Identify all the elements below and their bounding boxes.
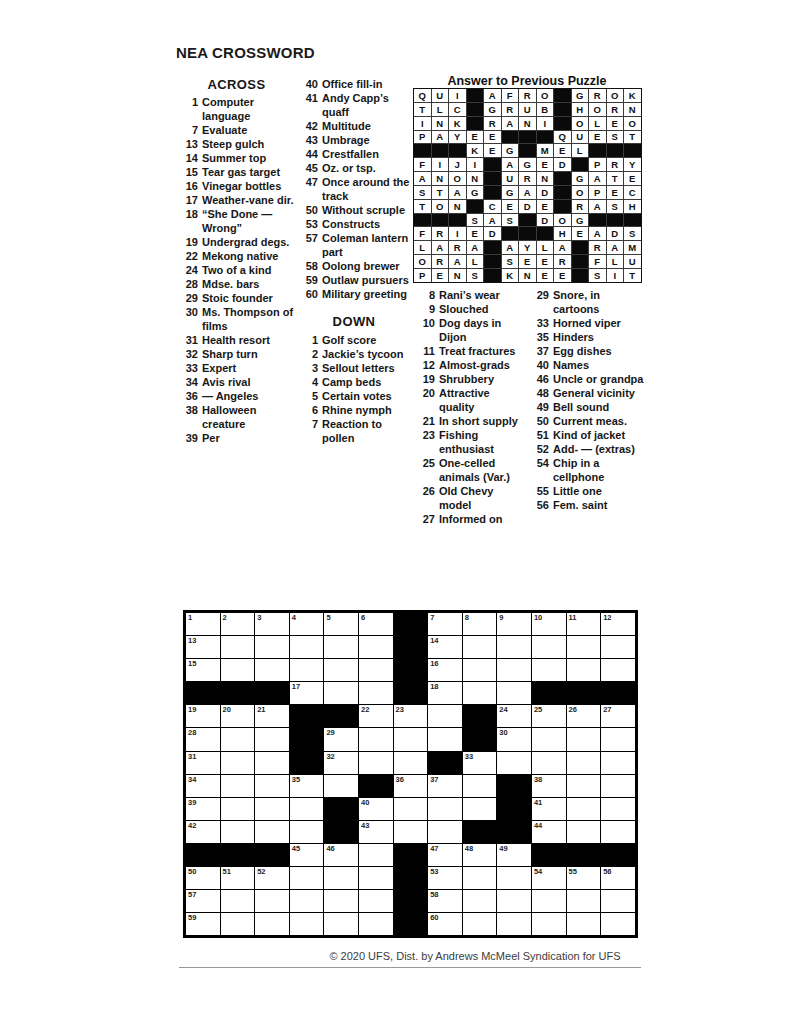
answer-cell-letter: E [589,131,606,144]
clue-text: Umbrage [322,133,411,147]
answer-cell-letter: O [554,214,571,227]
grid-cell [290,867,324,889]
grid-cell-black [567,844,601,866]
answer-cell-letter: D [484,227,501,240]
grid-cell: 34 [186,775,220,797]
answer-cell-letter: H [554,227,571,240]
grid-cell-black [186,682,220,704]
clue-number: 47 [297,175,322,203]
grid-cell [497,890,531,912]
grid-cell [532,636,566,658]
clue-text: Multitude [322,119,411,133]
answer-cell-letter: N [449,200,466,213]
grid-cell [255,636,289,658]
answer-cell-letter: R [519,172,536,185]
answer-cell-black [519,131,536,144]
clue-across-15: 15Tear gas target [177,165,296,179]
clue-down-4: 4Camp beds [297,375,411,389]
answer-cell-letter: E [519,255,536,268]
grid-cell [221,890,255,912]
grid-cell-black [359,775,393,797]
clue-text: Vinegar bottles [202,179,296,193]
answer-cell-letter: G [484,103,501,116]
answer-grid: QUIAFROGROKTLCGRUBHORNINKRANIOLEOPAYEEQU… [413,88,642,283]
clue-text: Reaction to pollen [322,417,411,445]
cell-number: 14 [430,637,438,645]
grid-cell-black [290,728,324,750]
grid-cell [255,659,289,681]
grid-cell-black [324,798,358,820]
clue-number: 29 [177,291,202,305]
answer-cell-letter: N [432,117,449,130]
grid-cell-black [394,636,428,658]
cell-number: 58 [430,891,438,899]
answer-cell-letter: O [414,255,431,268]
grid-cell: 2 [221,613,255,635]
grid-cell: 16 [428,659,462,681]
clue-across-60: 60Military greeting [297,287,411,301]
answer-cell-black [414,214,431,227]
clue-down-8: 8Rani’s wear [414,288,528,302]
clue-number: 59 [297,273,322,287]
grid-cell-black [394,682,428,704]
answer-cell-letter: U [572,131,589,144]
clue-text: Evaluate [202,123,296,137]
clue-number: 10 [414,316,439,344]
grid-cell: 20 [221,705,255,727]
answer-cell-black [537,131,554,144]
clue-number: 29 [528,288,553,316]
clue-down-3: 3Sellout letters [297,361,411,375]
cell-number: 47 [430,845,438,853]
clue-across-36: 36— Angeles [177,389,296,403]
grid-cell: 54 [532,867,566,889]
answer-cell-letter: L [572,144,589,157]
grid-cell [221,775,255,797]
grid-cell-black [394,913,428,935]
answer-cell-letter: G [502,144,519,157]
grid-cell: 47 [428,844,462,866]
grid-cell [290,636,324,658]
answer-cell-letter: T [607,172,624,185]
grid-cell-black [394,613,428,635]
grid-cell [290,890,324,912]
clue-down-20: 20Attractive quality [414,386,528,414]
answer-cell-letter: E [607,117,624,130]
answer-cell-letter: A [589,200,606,213]
grid-cell [463,890,497,912]
clue-text: Certain votes [322,389,411,403]
grid-cell: 48 [463,844,497,866]
clue-text: Mekong native [202,249,296,263]
answer-cell-letter: R [607,158,624,171]
answer-cell-letter: A [449,255,466,268]
answer-cell-letter: F [502,89,519,102]
grid-cell: 32 [324,752,358,774]
grid-cell-black [497,821,531,843]
answer-cell-letter: Q [414,89,431,102]
answer-cell-letter: R [484,117,501,130]
clue-down-46: 46Uncle or grandpa [528,372,644,386]
clue-text: Undergrad degs. [202,235,296,249]
clue-number: 40 [297,77,322,91]
answer-cell-black [484,255,501,268]
answer-cell-letter: A [589,172,606,185]
clue-number: 57 [297,231,322,259]
bottom-divider [179,967,641,968]
clue-text: Weather-vane dir. [202,193,296,207]
grid-cell-black [567,682,601,704]
answer-cell-black [484,186,501,199]
clue-number: 43 [297,133,322,147]
clue-across-40: 40Office fill-in [297,77,411,91]
grid-cell-black [497,798,531,820]
answer-cell-letter: G [572,172,589,185]
cell-number: 32 [326,753,334,761]
cell-number: 25 [534,706,542,714]
clue-text: Rani’s wear [439,288,528,302]
clue-number: 6 [297,403,322,417]
cell-number: 54 [534,868,542,876]
answer-cell-letter: D [537,186,554,199]
answer-cell-black [607,144,624,157]
clue-across-32: 32Sharp turn [177,347,296,361]
clue-across-34: 34Avis rival [177,375,296,389]
answer-cell-letter: C [624,186,641,199]
clue-across-43: 43Umbrage [297,133,411,147]
answer-cell-black [572,241,589,254]
clue-number: 18 [177,207,202,235]
clue-text: Two of a kind [202,263,296,277]
answer-cell-letter: T [624,269,641,282]
clue-number: 53 [297,217,322,231]
clue-down-2: 2Jackie’s tycoon [297,347,411,361]
answer-cell-letter: E [607,186,624,199]
cell-number: 12 [603,614,611,622]
answer-cell-letter: N [624,103,641,116]
answer-cell-letter: T [414,103,431,116]
clue-text: Ms. Thompson of films [202,305,296,333]
clue-text: Military greeting [322,287,411,301]
clue-down-21: 21In short supply [414,414,528,428]
clue-down-40: 40Names [528,358,644,372]
clue-number: 15 [177,165,202,179]
grid-cell [463,798,497,820]
answer-cell-letter: E [554,269,571,282]
clue-text: Oz. or tsp. [322,161,411,175]
grid-cell: 18 [428,682,462,704]
grid-cell [532,752,566,774]
clue-down-25: 25One-celled animals (Var.) [414,456,528,484]
clue-number: 8 [414,288,439,302]
clue-number: 7 [177,123,202,137]
grid-cell [394,728,428,750]
clue-text: Bell sound [553,400,644,414]
grid-cell [221,913,255,935]
cell-number: 55 [569,868,577,876]
clue-text: Add- — (extras) [553,442,644,456]
grid-cell [567,752,601,774]
clue-number: 48 [528,386,553,400]
grid-cell [324,775,358,797]
clue-down-19: 19Shrubbery [414,372,528,386]
clue-number: 28 [177,277,202,291]
grid-cell-black [324,821,358,843]
clue-number: 19 [414,372,439,386]
clue-across-22: 22Mekong native [177,249,296,263]
clue-down-11: 11Treat fractures [414,344,528,358]
clue-number: 45 [297,161,322,175]
clue-across-53: 53Constructs [297,217,411,231]
clue-down-37: 37Egg dishes [528,344,644,358]
grid-cell: 30 [497,728,531,750]
clue-number: 11 [414,344,439,358]
grid-cell: 24 [497,705,531,727]
clue-number: 40 [528,358,553,372]
clue-number: 2 [297,347,322,361]
clue-across-30: 30Ms. Thompson of films [177,305,296,333]
grid-cell [601,821,635,843]
grid-cell [601,798,635,820]
grid-cell: 40 [359,798,393,820]
clue-column-1: ACROSS 1Computer language7Evaluate13Stee… [177,77,296,445]
clue-across-14: 14Summer top [177,151,296,165]
cell-number: 45 [292,845,300,853]
answer-cell-letter: T [414,200,431,213]
grid-cell: 52 [255,867,289,889]
grid-cell [463,682,497,704]
answer-cell-letter: N [537,172,554,185]
clue-text: Attractive quality [439,386,528,414]
grid-cell [567,890,601,912]
clue-number: 35 [528,330,553,344]
cell-number: 51 [223,868,231,876]
clue-number: 23 [414,428,439,456]
clue-text: Constructs [322,217,411,231]
answer-cell-letter: S [414,186,431,199]
answer-cell-letter: K [502,269,519,282]
clue-number: 50 [528,414,553,428]
grid-cell [324,659,358,681]
answer-cell-black [554,103,571,116]
clue-text: Per [202,431,296,445]
answer-cell-letter: G [572,89,589,102]
grid-cell: 29 [324,728,358,750]
answer-cell-letter: S [607,200,624,213]
clue-number: 44 [297,147,322,161]
grid-cell [567,775,601,797]
clue-text: Expert [202,361,296,375]
cell-number: 18 [430,683,438,691]
grid-cell [394,798,428,820]
clue-across-18: 18“She Done — Wrong” [177,207,296,235]
clue-text: Halloween creature [202,403,296,431]
answer-cell-letter: O [572,186,589,199]
clue-number: 30 [177,305,202,333]
clue-across-39: 39Per [177,431,296,445]
clue-number: 14 [177,151,202,165]
clue-down-29: 29Snore, in cartoons [528,288,644,316]
clue-across-59: 59Outlaw pursuers [297,273,411,287]
grid-cell-black [221,844,255,866]
clue-number: 9 [414,302,439,316]
answer-cell-black [554,117,571,130]
clue-across-1: 1Computer language [177,95,296,123]
grid-cell: 50 [186,867,220,889]
clue-across-41: 41Andy Capp’s quaff [297,91,411,119]
answer-cell-letter: R [519,89,536,102]
answer-cell-black [449,214,466,227]
answer-cell-letter: S [589,269,606,282]
grid-cell [359,844,393,866]
grid-cell [221,728,255,750]
clue-text: Without scruple [322,203,411,217]
grid-cell: 25 [532,705,566,727]
clue-number: 27 [414,512,439,526]
clue-across-24: 24Two of a kind [177,263,296,277]
answer-cell-letter: O [589,103,606,116]
answer-cell-letter: A [502,117,519,130]
answer-cell-letter: E [484,144,501,157]
answer-cell-letter: E [484,131,501,144]
down-list-1: 1Golf score2Jackie’s tycoon3Sellout lett… [297,333,411,445]
grid-cell [463,659,497,681]
cell-number: 21 [257,706,265,714]
grid-cell: 5 [324,613,358,635]
grid-cell: 21 [255,705,289,727]
grid-cell [359,867,393,889]
answer-cell-letter: U [432,89,449,102]
answer-cell-letter: I [414,117,431,130]
down-list-2: 8Rani’s wear9Slouched10Dog days in Dijon… [414,288,528,526]
answer-cell-letter: A [502,241,519,254]
answer-cell-letter: D [519,200,536,213]
grid-cell [428,705,462,727]
grid-cell: 22 [359,705,393,727]
cell-number: 9 [499,614,503,622]
grid-cell-black [290,752,324,774]
grid-cell-black [463,728,497,750]
clue-text: Informed on [439,512,528,526]
clue-number: 13 [177,137,202,151]
grid-cell: 37 [428,775,462,797]
clue-down-12: 12Almost-grads [414,358,528,372]
clue-number: 16 [177,179,202,193]
answer-cell-black [624,214,641,227]
grid-cell: 8 [463,613,497,635]
clue-number: 54 [528,456,553,484]
clue-text: In short supply [439,414,528,428]
grid-cell [497,913,531,935]
answer-cell-letter: R [432,227,449,240]
clue-number: 22 [177,249,202,263]
cell-number: 10 [534,614,542,622]
grid-cell [324,682,358,704]
clue-number: 7 [297,417,322,445]
clue-down-27: 27Informed on [414,512,528,526]
answer-cell-letter: R [502,103,519,116]
grid-cell [532,890,566,912]
cell-number: 37 [430,776,438,784]
cell-number: 8 [465,614,469,622]
clue-number: 17 [177,193,202,207]
grid-cell [394,821,428,843]
grid-cell: 49 [497,844,531,866]
clue-text: Computer language [202,95,296,123]
clue-across-7: 7Evaluate [177,123,296,137]
grid-cell: 36 [394,775,428,797]
clue-text: Summer top [202,151,296,165]
grid-cell [221,659,255,681]
clue-text: One-celled animals (Var.) [439,456,528,484]
answer-cell-letter: A [432,241,449,254]
clue-number: 58 [297,259,322,273]
answer-cell-letter: I [449,89,466,102]
clue-number: 56 [528,498,553,512]
grid-cell [221,636,255,658]
clue-across-44: 44Crestfallen [297,147,411,161]
grid-cell [601,728,635,750]
answer-cell-letter: A [554,241,571,254]
answer-cell-letter: A [467,241,484,254]
answer-cell-letter: R [432,255,449,268]
clue-number: 3 [297,361,322,375]
grid-cell [255,728,289,750]
clue-number: 33 [528,316,553,330]
clue-number: 37 [528,344,553,358]
copyright-line: © 2020 UFS, Dist. by Andrews McMeel Synd… [280,950,670,962]
clue-text: Crestfallen [322,147,411,161]
answer-cell-black [484,158,501,171]
answer-cell-letter: O [449,172,466,185]
grid-cell-black [186,844,220,866]
answer-cell-black [519,144,536,157]
clue-number: 26 [414,484,439,512]
clue-number: 31 [177,333,202,347]
grid-cell [567,913,601,935]
grid-cell-black [394,844,428,866]
clue-across-29: 29Stoic founder [177,291,296,305]
grid-cell [221,752,255,774]
grid-cell [497,636,531,658]
clue-text: Chip in a cellphone [553,456,644,484]
answer-cell-letter: L [589,117,606,130]
grid-cell [255,890,289,912]
clue-text: Office fill-in [322,77,411,91]
cell-number: 33 [465,753,473,761]
answer-cell-letter: A [449,186,466,199]
cell-number: 38 [534,776,542,784]
answer-cell-letter: H [572,103,589,116]
grid-cell: 1 [186,613,220,635]
cell-number: 19 [188,706,196,714]
grid-cell: 45 [290,844,324,866]
answer-cell-letter: E [502,200,519,213]
grid-cell-black [463,821,497,843]
answer-cell-letter: A [432,131,449,144]
cell-number: 15 [188,660,196,668]
clue-number: 46 [528,372,553,386]
grid-cell-black [497,775,531,797]
answer-cell-black [484,241,501,254]
answer-cell-black [519,214,536,227]
answer-cell-letter: Q [554,131,571,144]
clue-number: 1 [297,333,322,347]
clue-text: Once around the track [322,175,411,203]
clue-text: Kind of jacket [553,428,644,442]
answer-cell-letter: L [607,255,624,268]
answer-cell-letter: H [624,200,641,213]
